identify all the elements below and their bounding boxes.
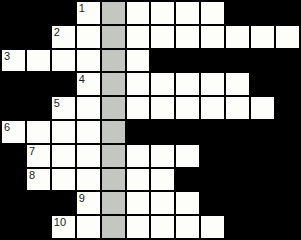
answer-cell-r4c5[interactable] xyxy=(127,97,150,119)
block-cell-r2c8 xyxy=(201,50,224,72)
block-cell-r6c11 xyxy=(276,145,299,167)
answer-cell-r1c6[interactable] xyxy=(151,26,174,48)
block-cell-r8c1 xyxy=(27,192,50,214)
block-cell-r0c2 xyxy=(52,2,75,24)
block-cell-r8c9 xyxy=(226,192,249,214)
block-cell-r9c11 xyxy=(276,216,299,238)
hidden-word-cell-r5c4[interactable] xyxy=(102,121,125,143)
block-cell-r6c0 xyxy=(2,145,25,167)
answer-cell-r2c2[interactable] xyxy=(52,50,75,72)
answer-cell-r3c8[interactable] xyxy=(201,73,224,95)
answer-cell-r0c7[interactable] xyxy=(176,2,199,24)
answer-cell-r3c5[interactable] xyxy=(127,73,150,95)
answer-cell-r4c7[interactable] xyxy=(176,97,199,119)
answer-cell-r7c2[interactable] xyxy=(52,169,75,191)
hidden-word-cell-r8c4[interactable] xyxy=(102,192,125,214)
block-cell-r8c2 xyxy=(52,192,75,214)
crossword-board: 12345678910 xyxy=(0,0,301,240)
block-cell-r2c6 xyxy=(151,50,174,72)
block-cell-r4c0 xyxy=(2,97,25,119)
answer-cell-r1c8[interactable] xyxy=(201,26,224,48)
block-cell-r6c8 xyxy=(201,145,224,167)
answer-cell-r9c3[interactable] xyxy=(77,216,100,238)
answer-cell-r1c3[interactable] xyxy=(77,26,100,48)
block-cell-r5c8 xyxy=(201,121,224,143)
hidden-word-cell-r7c4[interactable] xyxy=(102,169,125,191)
hidden-word-cell-r4c4[interactable] xyxy=(102,97,125,119)
answer-cell-r4c3[interactable] xyxy=(77,97,100,119)
answer-cell-r6c5[interactable] xyxy=(127,145,150,167)
answer-cell-r6c7[interactable] xyxy=(176,145,199,167)
answer-cell-r6c2[interactable] xyxy=(52,145,75,167)
clue-number-2: 2 xyxy=(54,26,60,39)
answer-cell-r5c1[interactable] xyxy=(27,121,50,143)
block-cell-r5c5 xyxy=(127,121,150,143)
answer-cell-r5c3[interactable] xyxy=(77,121,100,143)
clue-number-8: 8 xyxy=(29,169,35,182)
answer-cell-r9c6[interactable] xyxy=(151,216,174,238)
block-cell-r4c11 xyxy=(276,97,299,119)
answer-cell-r2c5[interactable] xyxy=(127,50,150,72)
block-cell-r7c9 xyxy=(226,169,249,191)
block-cell-r1c1 xyxy=(27,26,50,48)
answer-cell-r9c8[interactable] xyxy=(201,216,224,238)
hidden-word-cell-r0c4[interactable] xyxy=(102,2,125,24)
answer-cell-r2c3[interactable] xyxy=(77,50,100,72)
hidden-word-cell-r6c4[interactable] xyxy=(102,145,125,167)
hidden-word-cell-r9c4[interactable] xyxy=(102,216,125,238)
answer-cell-r7c1[interactable]: 8 xyxy=(27,169,50,191)
answer-cell-r1c9[interactable] xyxy=(226,26,249,48)
block-cell-r6c10 xyxy=(251,145,274,167)
block-cell-r8c8 xyxy=(201,192,224,214)
block-cell-r5c10 xyxy=(251,121,274,143)
answer-cell-r2c0[interactable]: 3 xyxy=(2,50,25,72)
block-cell-r9c10 xyxy=(251,216,274,238)
answer-cell-r8c7[interactable] xyxy=(176,192,199,214)
block-cell-r0c0 xyxy=(2,2,25,24)
block-cell-r5c9 xyxy=(226,121,249,143)
block-cell-r7c10 xyxy=(251,169,274,191)
block-cell-r2c10 xyxy=(251,50,274,72)
block-cell-r8c11 xyxy=(276,192,299,214)
block-cell-r9c0 xyxy=(2,216,25,238)
answer-cell-r0c6[interactable] xyxy=(151,2,174,24)
answer-cell-r2c1[interactable] xyxy=(27,50,50,72)
clue-number-5: 5 xyxy=(54,97,60,110)
answer-cell-r6c6[interactable] xyxy=(151,145,174,167)
answer-cell-r8c6[interactable] xyxy=(151,192,174,214)
answer-cell-r3c7[interactable] xyxy=(176,73,199,95)
answer-cell-r9c2[interactable]: 10 xyxy=(52,216,75,238)
answer-cell-r1c5[interactable] xyxy=(127,26,150,48)
block-cell-r7c0 xyxy=(2,169,25,191)
answer-cell-r5c0[interactable]: 6 xyxy=(2,121,25,143)
block-cell-r7c7 xyxy=(176,169,199,191)
block-cell-r7c11 xyxy=(276,169,299,191)
block-cell-r7c8 xyxy=(201,169,224,191)
answer-cell-r6c1[interactable]: 7 xyxy=(27,145,50,167)
hidden-word-cell-r1c4[interactable] xyxy=(102,26,125,48)
clue-number-9: 9 xyxy=(79,192,85,205)
clue-number-1: 1 xyxy=(79,2,85,15)
clue-number-3: 3 xyxy=(4,50,10,63)
block-cell-r3c0 xyxy=(2,73,25,95)
block-cell-r5c7 xyxy=(176,121,199,143)
answer-cell-r0c3[interactable]: 1 xyxy=(77,2,100,24)
answer-cell-r0c8[interactable] xyxy=(201,2,224,24)
answer-cell-r7c3[interactable] xyxy=(77,169,100,191)
clue-number-10: 10 xyxy=(54,216,66,229)
answer-cell-r9c7[interactable] xyxy=(176,216,199,238)
block-cell-r6c9 xyxy=(226,145,249,167)
answer-cell-r1c7[interactable] xyxy=(176,26,199,48)
answer-cell-r4c10[interactable] xyxy=(251,97,274,119)
answer-cell-r4c2[interactable]: 5 xyxy=(52,97,75,119)
clue-number-4: 4 xyxy=(79,73,85,86)
answer-cell-r8c3[interactable]: 9 xyxy=(77,192,100,214)
block-cell-r4c1 xyxy=(27,97,50,119)
answer-cell-r3c3[interactable]: 4 xyxy=(77,73,100,95)
block-cell-r8c10 xyxy=(251,192,274,214)
hidden-word-cell-r3c4[interactable] xyxy=(102,73,125,95)
answer-cell-r0c5[interactable] xyxy=(127,2,150,24)
block-cell-r2c7 xyxy=(176,50,199,72)
block-cell-r3c11 xyxy=(276,73,299,95)
answer-cell-r8c5[interactable] xyxy=(127,192,150,214)
block-cell-r0c10 xyxy=(251,2,274,24)
hidden-word-cell-r2c4[interactable] xyxy=(102,50,125,72)
answer-cell-r4c9[interactable] xyxy=(226,97,249,119)
block-cell-r9c9 xyxy=(226,216,249,238)
block-cell-r5c11 xyxy=(276,121,299,143)
block-cell-r3c1 xyxy=(27,73,50,95)
clue-number-6: 6 xyxy=(4,121,10,134)
answer-cell-r3c9[interactable] xyxy=(226,73,249,95)
block-cell-r3c10 xyxy=(251,73,274,95)
block-cell-r9c1 xyxy=(27,216,50,238)
answer-cell-r9c5[interactable] xyxy=(127,216,150,238)
answer-cell-r1c2[interactable]: 2 xyxy=(52,26,75,48)
block-cell-r2c11 xyxy=(276,50,299,72)
answer-cell-r3c6[interactable] xyxy=(151,73,174,95)
block-cell-r0c1 xyxy=(27,2,50,24)
answer-cell-r7c5[interactable] xyxy=(127,169,150,191)
clue-number-7: 7 xyxy=(29,145,35,158)
block-cell-r8c0 xyxy=(2,192,25,214)
answer-cell-r4c6[interactable] xyxy=(151,97,174,119)
block-cell-r3c2 xyxy=(52,73,75,95)
answer-cell-r6c3[interactable] xyxy=(77,145,100,167)
block-cell-r5c6 xyxy=(151,121,174,143)
block-cell-r0c11 xyxy=(276,2,299,24)
block-cell-r1c0 xyxy=(2,26,25,48)
answer-cell-r7c6[interactable] xyxy=(151,169,174,191)
answer-cell-r1c10[interactable] xyxy=(251,26,274,48)
answer-cell-r1c11[interactable] xyxy=(276,26,299,48)
block-cell-r2c9 xyxy=(226,50,249,72)
block-cell-r0c9 xyxy=(226,2,249,24)
answer-cell-r5c2[interactable] xyxy=(52,121,75,143)
answer-cell-r4c8[interactable] xyxy=(201,97,224,119)
